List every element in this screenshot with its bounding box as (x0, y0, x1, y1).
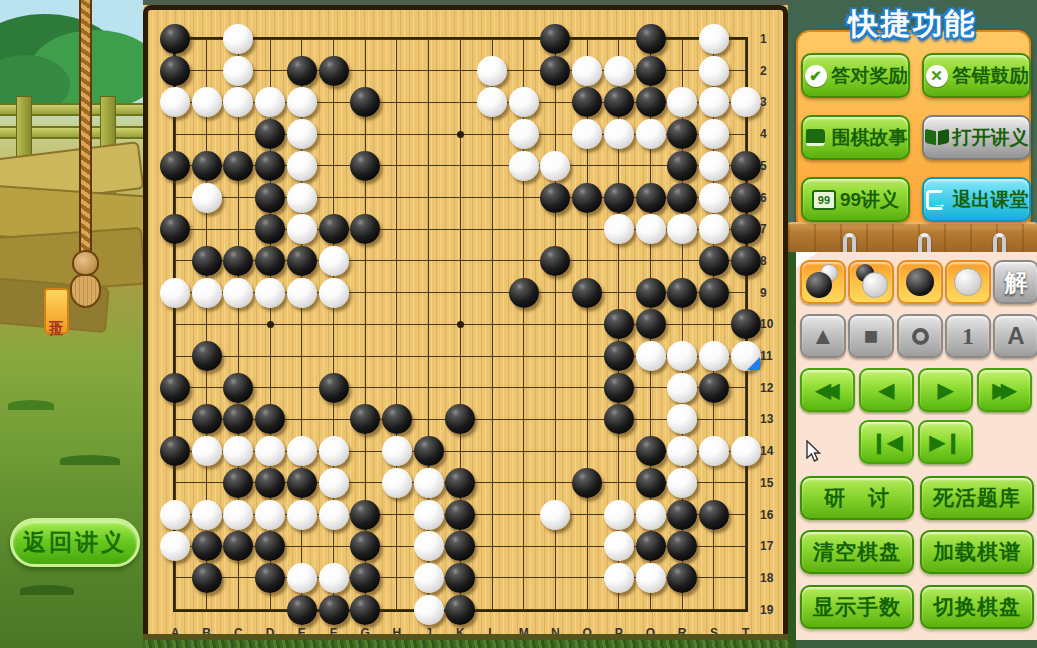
white-stone-J15 (414, 468, 444, 498)
white-stone-F18 (319, 563, 349, 593)
black-stone-Q1 (636, 24, 666, 54)
black-stone-K18 (445, 563, 475, 593)
scene-strip (788, 252, 796, 648)
black-stone-O6 (572, 183, 602, 213)
black-stone-J14 (414, 436, 444, 466)
row-label-1: 1 (760, 32, 784, 46)
white-stone-R12 (667, 373, 697, 403)
panel-title: 快捷功能 (788, 4, 1037, 45)
discuss-button[interactable]: 研 讨 (800, 476, 914, 520)
white-stone-B6 (192, 183, 222, 213)
black-stone-F12 (319, 373, 349, 403)
black-stone-B13 (192, 404, 222, 434)
black-stone-S8 (699, 246, 729, 276)
hanging-rope[interactable] (79, 0, 92, 252)
circle-mark-glyph (912, 328, 929, 345)
black-stone-Q6 (636, 183, 666, 213)
jump-to-end-button[interactable]: ▶❙ (918, 420, 973, 464)
black-stone-shape (906, 268, 934, 296)
white-stone-F9 (319, 278, 349, 308)
encourage-wrong-button[interactable]: ✕答错鼓励 (922, 53, 1031, 98)
show-move-numbers-button[interactable]: 显示手数 (800, 585, 914, 629)
black-stone-M9 (509, 278, 539, 308)
black-stone-C15 (223, 468, 253, 498)
black-stone-A7 (160, 214, 190, 244)
fast-forward-button[interactable]: ▶▶ (977, 368, 1032, 412)
row-label-14: 14 (760, 444, 784, 458)
play-black-first-button[interactable] (800, 260, 846, 304)
white-stone-E9 (287, 278, 317, 308)
white-stone-J16 (414, 500, 444, 530)
white-stone-P17 (604, 531, 634, 561)
black-stone-O9 (572, 278, 602, 308)
black-stone-Q10 (636, 309, 666, 339)
black-stone-A1 (160, 24, 190, 54)
white-stone-S2 (699, 56, 729, 86)
step-forward-button[interactable]: ▶ (918, 368, 973, 412)
white-over-black-stone-icon (851, 262, 891, 302)
pull-down-tab[interactable]: 下拉 (44, 288, 69, 334)
mark-square-glyph: ■ (864, 322, 879, 350)
book-shape (806, 129, 825, 146)
white-stone-P4 (604, 119, 634, 149)
white-stone-A16 (160, 500, 190, 530)
mark-number-glyph: 1 (962, 323, 974, 350)
white-stone-H15 (382, 468, 412, 498)
white-stone-S4 (699, 119, 729, 149)
row-label-3: 3 (760, 95, 784, 109)
row-label-4: 4 (760, 127, 784, 141)
black-stone-Q14 (636, 436, 666, 466)
black-stone-P3 (604, 87, 634, 117)
button-label: 答对奖励 (832, 63, 908, 89)
black-stone-S16 (699, 500, 729, 530)
black-stone-Q9 (636, 278, 666, 308)
row-label-11: 11 (760, 349, 784, 363)
white-stone-S5 (699, 151, 729, 181)
white-stone-D16 (255, 500, 285, 530)
black-stone-D4 (255, 119, 285, 149)
black-stone-A14 (160, 436, 190, 466)
mouse-cursor (806, 440, 824, 464)
black-stone-B18 (192, 563, 222, 593)
white-stone-E18 (287, 563, 317, 593)
black-stone-P6 (604, 183, 634, 213)
board-grid[interactable]: ABCDEFGHJKLMNOPQRST123456789101112131415… (148, 10, 783, 638)
control-panel: 快捷功能 解▲■1A◀◀◀▶▶▶❙◀▶❙研 讨死活题库清空棋盘加载棋谱显示手数切… (788, 0, 1037, 648)
row-label-15: 15 (760, 476, 784, 490)
play-white-first-button[interactable] (848, 260, 894, 304)
black-stone-B17 (192, 531, 222, 561)
white-stone-J19 (414, 595, 444, 625)
book-99-icon: 99 (812, 188, 836, 212)
white-stone-C9 (223, 278, 253, 308)
black-over-white-stone-icon (803, 262, 843, 302)
place-black-stone-button[interactable] (897, 260, 943, 304)
black-stone-B8 (192, 246, 222, 276)
white-stone-icon (948, 262, 988, 302)
place-white-stone-button[interactable] (945, 260, 991, 304)
black-stone-large (806, 272, 832, 298)
mark-square-button[interactable]: ■ (848, 314, 894, 358)
white-stone-Q7 (636, 214, 666, 244)
white-stone-P7 (604, 214, 634, 244)
exit-arrow: → (933, 195, 947, 211)
handout-99-button[interactable]: 9999讲义 (801, 177, 910, 222)
white-stone-R15 (667, 468, 697, 498)
black-stone-F19 (319, 595, 349, 625)
black-stone-P11 (604, 341, 634, 371)
white-stone-A17 (160, 531, 190, 561)
go-board[interactable]: ABCDEFGHJKLMNOPQRST123456789101112131415… (143, 0, 788, 648)
white-stone-H14 (382, 436, 412, 466)
white-stone-E5 (287, 151, 317, 181)
white-stone-M4 (509, 119, 539, 149)
fast-backward-icon: ◀◀ (816, 378, 833, 402)
rope-tassel[interactable] (70, 274, 101, 308)
rope-tassel-knob[interactable] (72, 250, 99, 276)
black-stone-Q3 (636, 87, 666, 117)
open-book-icon (925, 126, 949, 150)
check-circle-icon: ✔ (804, 64, 828, 88)
black-stone-O15 (572, 468, 602, 498)
row-label-13: 13 (760, 412, 784, 426)
button-label: 99讲义 (840, 187, 899, 213)
star-point (267, 321, 274, 328)
black-stone-A2 (160, 56, 190, 86)
jump-to-start-button[interactable]: ❙◀ (859, 420, 914, 464)
black-stone-K19 (445, 595, 475, 625)
jump-to-end-icon: ▶❙ (929, 430, 961, 454)
black-stone-E19 (287, 595, 317, 625)
black-stone-C12 (223, 373, 253, 403)
white-stone-L2 (477, 56, 507, 86)
black-stone-F2 (319, 56, 349, 86)
white-stone-T3 (731, 87, 761, 117)
row-label-8: 8 (760, 254, 784, 268)
black-stone-E2 (287, 56, 317, 86)
black-stone-F7 (319, 214, 349, 244)
grass-tuft (8, 400, 54, 410)
white-stone-O2 (572, 56, 602, 86)
white-stone-Q11 (636, 341, 666, 371)
black-stone-E15 (287, 468, 317, 498)
white-stone-F14 (319, 436, 349, 466)
life-death-library-button[interactable]: 死活题库 (920, 476, 1034, 520)
white-stone-T14 (731, 436, 761, 466)
white-stone-B3 (192, 87, 222, 117)
row-label-9: 9 (760, 286, 784, 300)
black-stone-E8 (287, 246, 317, 276)
mark-circle-button[interactable] (897, 314, 943, 358)
jump-to-start-icon: ❙◀ (870, 430, 902, 454)
x-glyph: ✕ (926, 65, 948, 87)
black-stone-R5 (667, 151, 697, 181)
button-label: 退出课堂 (953, 187, 1029, 213)
white-stone-P18 (604, 563, 634, 593)
white-stone-F15 (319, 468, 349, 498)
white-stone-O4 (572, 119, 602, 149)
black-stone-T6 (731, 183, 761, 213)
back-to-lecture-button[interactable]: 返回讲义 (10, 518, 140, 567)
fast-forward-icon: ▶▶ (993, 378, 1010, 402)
white-stone-B14 (192, 436, 222, 466)
white-stone-large (862, 272, 888, 298)
book-icon (804, 126, 828, 150)
white-stone-C2 (223, 56, 253, 86)
tool-page: 解▲■1A◀◀◀▶▶▶❙◀▶❙研 讨死活题库清空棋盘加载棋谱显示手数切换棋盘 (796, 252, 1037, 640)
row-label-18: 18 (760, 571, 784, 585)
white-stone-B9 (192, 278, 222, 308)
button-label: 围棋故事 (832, 125, 908, 151)
reward-correct-button[interactable]: ✔答对奖励 (801, 53, 910, 98)
row-label-19: 19 (760, 603, 784, 617)
black-stone-K15 (445, 468, 475, 498)
load-kifu-button[interactable]: 加载棋谱 (920, 530, 1034, 574)
fast-backward-button[interactable]: ◀◀ (800, 368, 855, 412)
black-stone-T8 (731, 246, 761, 276)
black-stone-T10 (731, 309, 761, 339)
white-stone-S1 (699, 24, 729, 54)
black-stone-P12 (604, 373, 634, 403)
row-label-16: 16 (760, 508, 784, 522)
clear-board-button[interactable]: 清空棋盘 (800, 530, 914, 574)
black-stone-S9 (699, 278, 729, 308)
step-backward-button[interactable]: ◀ (859, 368, 914, 412)
black-stone-N2 (540, 56, 570, 86)
white-stone-J18 (414, 563, 444, 593)
black-stone-R16 (667, 500, 697, 530)
black-stone-D18 (255, 563, 285, 593)
white-stone-M5 (509, 151, 539, 181)
step-backward-icon: ◀ (879, 378, 894, 402)
board-top-gap (143, 0, 788, 5)
white-stone-Q18 (636, 563, 666, 593)
app-window: 下拉 返回讲义 ABCDEFGHJKLMNOPQRST1234567891011… (0, 0, 1037, 648)
white-stone-N5 (540, 151, 570, 181)
last-move-marker (747, 357, 760, 370)
button-label: 打开讲义 (953, 125, 1029, 151)
grass-tuft (60, 455, 120, 465)
mark-letter-glyph: A (1007, 322, 1024, 350)
white-stone-R11 (667, 341, 697, 371)
white-stone-J17 (414, 531, 444, 561)
white-stone-C16 (223, 500, 253, 530)
black-stone-G19 (350, 595, 380, 625)
row-label-17: 17 (760, 539, 784, 553)
solve-label: 解 (1005, 267, 1028, 298)
white-stone-M3 (509, 87, 539, 117)
black-stone-N6 (540, 183, 570, 213)
book-right-page (938, 128, 949, 144)
exit-class-button[interactable]: →退出课堂 (922, 177, 1031, 222)
white-stone-E4 (287, 119, 317, 149)
check-glyph: ✔ (805, 65, 827, 87)
row-label-5: 5 (760, 159, 784, 173)
black-stone-B5 (192, 151, 222, 181)
mark-triangle-glyph: ▲ (811, 322, 835, 350)
white-stone-S7 (699, 214, 729, 244)
open-handout-button[interactable]: 打开讲义 (922, 115, 1031, 160)
white-stone-Q16 (636, 500, 666, 530)
exit-icon: → (925, 188, 949, 212)
black-stone-Q17 (636, 531, 666, 561)
grass-tuft (20, 585, 74, 595)
white-stone-D14 (255, 436, 285, 466)
white-stone-S6 (699, 183, 729, 213)
black-stone-A12 (160, 373, 190, 403)
black-stone-R9 (667, 278, 697, 308)
white-stone-F16 (319, 500, 349, 530)
black-stone-G5 (350, 151, 380, 181)
white-stone-E7 (287, 214, 317, 244)
white-stone-D9 (255, 278, 285, 308)
black-stone-icon (900, 262, 940, 302)
black-stone-G16 (350, 500, 380, 530)
black-stone-S12 (699, 373, 729, 403)
row-label-7: 7 (760, 222, 784, 236)
white-stone-N16 (540, 500, 570, 530)
solve-button[interactable]: 解 (993, 260, 1037, 304)
x-circle-icon: ✕ (925, 64, 949, 88)
go-story-button[interactable]: 围棋故事 (801, 115, 910, 160)
white-stone-Q4 (636, 119, 666, 149)
book-99-shape: 99 (812, 190, 836, 210)
white-stone-S14 (699, 436, 729, 466)
row-label-10: 10 (760, 317, 784, 331)
white-stone-P2 (604, 56, 634, 86)
black-stone-D5 (255, 151, 285, 181)
white-stone-E3 (287, 87, 317, 117)
black-stone-G18 (350, 563, 380, 593)
black-stone-T7 (731, 214, 761, 244)
white-stone-E6 (287, 183, 317, 213)
black-stone-K16 (445, 500, 475, 530)
black-stone-T5 (731, 151, 761, 181)
white-stone-A9 (160, 278, 190, 308)
button-label: 答错鼓励 (953, 63, 1029, 89)
row-label-12: 12 (760, 381, 784, 395)
black-stone-P10 (604, 309, 634, 339)
switch-board-button[interactable]: 切换棋盘 (920, 585, 1034, 629)
star-point (457, 131, 464, 138)
mark-triangle-button[interactable]: ▲ (800, 314, 846, 358)
black-stone-R18 (667, 563, 697, 593)
white-stone-F8 (319, 246, 349, 276)
black-stone-B11 (192, 341, 222, 371)
white-stone-E16 (287, 500, 317, 530)
white-stone-B16 (192, 500, 222, 530)
white-stone-S11 (699, 341, 729, 371)
black-stone-D15 (255, 468, 285, 498)
black-stone-R6 (667, 183, 697, 213)
row-label-2: 2 (760, 64, 784, 78)
mark-letter-button[interactable]: A (993, 314, 1037, 358)
black-stone-Q15 (636, 468, 666, 498)
star-point (457, 321, 464, 328)
black-stone-D6 (255, 183, 285, 213)
black-stone-D8 (255, 246, 285, 276)
white-stone-P16 (604, 500, 634, 530)
book-left-page (925, 128, 936, 144)
black-stone-C5 (223, 151, 253, 181)
row-label-6: 6 (760, 191, 784, 205)
step-forward-icon: ▶ (938, 378, 953, 402)
black-stone-A5 (160, 151, 190, 181)
black-stone-P13 (604, 404, 634, 434)
black-stone-Q2 (636, 56, 666, 86)
sidebar-scene: 下拉 返回讲义 (0, 0, 143, 648)
white-stone-E14 (287, 436, 317, 466)
white-stone-shape (954, 268, 982, 296)
mark-number-button[interactable]: 1 (945, 314, 991, 358)
